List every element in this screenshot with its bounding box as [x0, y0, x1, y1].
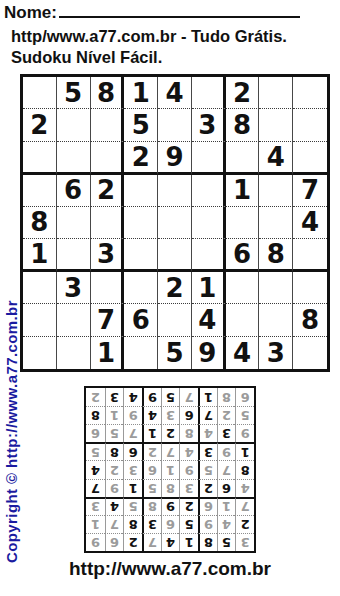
puzzle-cell-r2c9 — [293, 109, 327, 141]
puzzle-cell-r1c1 — [23, 77, 57, 109]
puzzle-cell-r6c3: 3 — [91, 239, 125, 272]
answer-cell-r3c5: 9 — [161, 497, 180, 515]
puzzle-cell-r4c7: 1 — [226, 175, 260, 207]
answer-cell-r3c8: 4 — [105, 497, 124, 515]
puzzle-cell-r5c8 — [259, 207, 293, 239]
answer-cell-r1c2: 5 — [217, 533, 236, 551]
answer-cell-r1c1: 3 — [235, 533, 254, 551]
puzzle-cell-r7c4 — [124, 272, 158, 304]
puzzle-cell-r3c4: 2 — [124, 142, 158, 175]
answer-cell-r1c7: 2 — [123, 533, 142, 551]
answer-cell-r6c9: 5 — [86, 442, 105, 460]
answer-cell-r1c9: 9 — [86, 533, 105, 551]
answer-cell-r4c3: 2 — [198, 479, 217, 497]
puzzle-cell-r4c4 — [124, 175, 158, 207]
puzzle-cell-r5c9: 4 — [293, 207, 327, 239]
answer-cell-r2c9: 1 — [86, 515, 105, 533]
answer-cell-r2c6: 3 — [142, 515, 161, 533]
answer-cell-r5c6: 6 — [142, 460, 161, 478]
answer-cell-r6c5: 7 — [161, 442, 180, 460]
puzzle-cell-r6c1: 1 — [23, 239, 57, 272]
puzzle-cell-r3c2 — [57, 142, 91, 175]
answer-cell-r2c7: 8 — [123, 515, 142, 533]
answer-cell-r8c3: 7 — [198, 406, 217, 424]
puzzle-cell-r8c4: 6 — [124, 304, 158, 336]
answer-cell-r5c7: 3 — [123, 460, 142, 478]
puzzle-cell-r6c5 — [158, 239, 192, 272]
puzzle-cell-r7c3 — [91, 272, 125, 304]
puzzle-cell-r3c7 — [226, 142, 260, 175]
answer-cell-r1c5: 4 — [161, 533, 180, 551]
answer-cell-r6c1: 1 — [235, 442, 254, 460]
answer-cell-r4c7: 1 — [123, 479, 142, 497]
answer-cell-r5c3: 5 — [198, 460, 217, 478]
puzzle-cell-r1c8 — [259, 77, 293, 109]
answer-cell-r6c2: 9 — [217, 442, 236, 460]
answer-cell-r2c5: 6 — [161, 515, 180, 533]
sudoku-answer-board-rotated: 3581472692495638717162985434623851978759… — [84, 386, 256, 553]
answer-cell-r5c1: 8 — [235, 460, 254, 478]
answer-cell-r6c7: 6 — [123, 442, 142, 460]
answer-cell-r3c7: 5 — [123, 497, 142, 515]
answer-cell-r1c4: 1 — [179, 533, 198, 551]
puzzle-cell-r8c3: 7 — [91, 304, 125, 336]
answer-cell-r3c2: 1 — [217, 497, 236, 515]
answer-cell-r5c2: 7 — [217, 460, 236, 478]
answer-cell-r6c6: 2 — [142, 442, 161, 460]
puzzle-cell-r2c5 — [158, 109, 192, 141]
puzzle-cell-r6c4 — [124, 239, 158, 272]
puzzle-cell-r8c9: 8 — [293, 304, 327, 336]
footer-url: http://www.a77.com.br — [0, 558, 340, 580]
answer-cell-r8c8: 1 — [105, 406, 124, 424]
answer-cell-r2c2: 4 — [217, 515, 236, 533]
puzzle-cell-r4c6 — [192, 175, 226, 207]
puzzle-cell-r9c2 — [57, 337, 91, 369]
puzzle-cell-r2c6: 3 — [192, 109, 226, 141]
answer-cell-r9c2: 8 — [217, 388, 236, 406]
puzzle-cell-r4c1 — [23, 175, 57, 207]
puzzle-cell-r8c2 — [57, 304, 91, 336]
puzzle-cell-r5c2 — [57, 207, 91, 239]
answer-cell-r2c3: 9 — [198, 515, 217, 533]
answer-cell-r5c4: 9 — [179, 460, 198, 478]
puzzle-cell-r9c3: 1 — [91, 337, 125, 369]
answer-cell-r5c5: 1 — [161, 460, 180, 478]
puzzle-cell-r5c5 — [158, 207, 192, 239]
name-label: Nome: — [4, 3, 57, 22]
puzzle-cell-r1c4: 1 — [124, 77, 158, 109]
answer-cell-r9c7: 4 — [123, 388, 142, 406]
answer-cell-r6c3: 3 — [198, 442, 217, 460]
answer-cell-r3c4: 2 — [179, 497, 198, 515]
page-title: Sudoku Nível Fácil. — [11, 48, 162, 67]
answer-cell-r8c9: 8 — [86, 406, 105, 424]
puzzle-cell-r7c8 — [259, 272, 293, 304]
answer-cell-r1c6: 7 — [142, 533, 161, 551]
answer-cell-r4c4: 3 — [179, 479, 198, 497]
answer-cell-r5c8: 2 — [105, 460, 124, 478]
puzzle-cell-r3c9 — [293, 142, 327, 175]
answer-cell-r9c9: 2 — [86, 388, 105, 406]
puzzle-cell-r3c1 — [23, 142, 57, 175]
puzzle-cell-r1c9 — [293, 77, 327, 109]
answer-cell-r4c9: 7 — [86, 479, 105, 497]
name-blank-line — [59, 16, 300, 19]
answer-cell-r8c7: 9 — [123, 406, 142, 424]
puzzle-cell-r4c3: 2 — [91, 175, 125, 207]
answer-cell-r1c8: 6 — [105, 533, 124, 551]
puzzle-cell-r5c1: 8 — [23, 207, 57, 239]
puzzle-cell-r7c2: 3 — [57, 272, 91, 304]
puzzle-cell-r3c8: 4 — [259, 142, 293, 175]
copyright-vertical-text: Copyright © http://www.a77.com.br — [3, 300, 20, 563]
answer-cell-r4c6: 5 — [142, 479, 161, 497]
puzzle-cell-r4c8 — [259, 175, 293, 207]
puzzle-cell-r5c6 — [192, 207, 226, 239]
answer-cell-r3c9: 3 — [86, 497, 105, 515]
answer-cell-r8c4: 6 — [179, 406, 198, 424]
answer-cell-r4c1: 4 — [235, 479, 254, 497]
answer-cell-r7c4: 8 — [179, 424, 198, 442]
puzzle-cell-r6c2 — [57, 239, 91, 272]
answer-cell-r3c1: 7 — [235, 497, 254, 515]
answer-cell-r8c5: 3 — [161, 406, 180, 424]
puzzle-cell-r5c3 — [91, 207, 125, 239]
puzzle-cell-r8c7 — [226, 304, 260, 336]
sudoku-printable-page: Nome: http/www.a77.com.br - Tudo Grátis.… — [0, 0, 340, 596]
answer-cell-r6c8: 8 — [105, 442, 124, 460]
answer-cell-r9c3: 1 — [198, 388, 217, 406]
puzzle-cell-r4c9: 7 — [293, 175, 327, 207]
answer-cell-r4c5: 8 — [161, 479, 180, 497]
answer-cell-r7c6: 1 — [142, 424, 161, 442]
answer-cell-r9c1: 6 — [235, 388, 254, 406]
answer-cell-r9c6: 9 — [142, 388, 161, 406]
answer-cell-r9c5: 5 — [161, 388, 180, 406]
puzzle-cell-r1c5: 4 — [158, 77, 192, 109]
puzzle-cell-r4c2: 6 — [57, 175, 91, 207]
answer-cell-r9c8: 3 — [105, 388, 124, 406]
answer-cell-r1c3: 8 — [198, 533, 217, 551]
puzzle-cell-r5c4 — [124, 207, 158, 239]
puzzle-cell-r6c9 — [293, 239, 327, 272]
puzzle-cell-r7c6: 1 — [192, 272, 226, 304]
puzzle-cell-r1c3: 8 — [91, 77, 125, 109]
puzzle-cell-r9c9 — [293, 337, 327, 369]
puzzle-cell-r1c7: 2 — [226, 77, 260, 109]
answer-cell-r2c1: 2 — [235, 515, 254, 533]
puzzle-cell-r6c7: 6 — [226, 239, 260, 272]
puzzle-cell-r2c3 — [91, 109, 125, 141]
answer-cell-r7c3: 4 — [198, 424, 217, 442]
answer-cell-r2c8: 7 — [105, 515, 124, 533]
puzzle-cell-r9c8: 3 — [259, 337, 293, 369]
puzzle-cell-r8c8 — [259, 304, 293, 336]
answer-cell-r3c3: 6 — [198, 497, 217, 515]
answer-cell-r7c2: 3 — [217, 424, 236, 442]
puzzle-cell-r4c5 — [158, 175, 192, 207]
puzzle-cell-r3c3 — [91, 142, 125, 175]
puzzle-cell-r2c4: 5 — [124, 109, 158, 141]
answer-cell-r2c4: 5 — [179, 515, 198, 533]
sudoku-board: 5814225382946217841368321764815943 — [20, 74, 330, 372]
answer-cell-r4c8: 9 — [105, 479, 124, 497]
answer-cell-r7c5: 2 — [161, 424, 180, 442]
puzzle-cell-r6c8: 8 — [259, 239, 293, 272]
answer-cell-r7c9: 6 — [86, 424, 105, 442]
puzzle-cell-r2c1: 2 — [23, 109, 57, 141]
answer-cell-r7c1: 9 — [235, 424, 254, 442]
puzzle-cell-r2c7: 8 — [226, 109, 260, 141]
puzzle-cell-r8c5 — [158, 304, 192, 336]
answer-cell-r4c2: 6 — [217, 479, 236, 497]
answer-cell-r7c8: 5 — [105, 424, 124, 442]
puzzle-cell-r9c5: 5 — [158, 337, 192, 369]
puzzle-cell-r9c4 — [124, 337, 158, 369]
answer-cell-r8c2: 2 — [217, 406, 236, 424]
puzzle-cell-r8c1 — [23, 304, 57, 336]
puzzle-cell-r6c6 — [192, 239, 226, 272]
answer-cell-r9c4: 7 — [179, 388, 198, 406]
answer-cell-r8c6: 4 — [142, 406, 161, 424]
puzzle-cell-r3c5: 9 — [158, 142, 192, 175]
answer-cell-r7c7: 7 — [123, 424, 142, 442]
puzzle-cell-r7c9 — [293, 272, 327, 304]
name-row: Nome: — [4, 3, 300, 23]
puzzle-cell-r7c5: 2 — [158, 272, 192, 304]
puzzle-cell-r8c6: 4 — [192, 304, 226, 336]
puzzle-cell-r9c6: 9 — [192, 337, 226, 369]
site-tagline: http/www.a77.com.br - Tudo Grátis. — [11, 27, 287, 46]
answer-cell-r3c6: 8 — [142, 497, 161, 515]
puzzle-cell-r3c6 — [192, 142, 226, 175]
puzzle-cell-r2c2 — [57, 109, 91, 141]
puzzle-cell-r7c7 — [226, 272, 260, 304]
puzzle-cell-r7c1 — [23, 272, 57, 304]
puzzle-cell-r2c8 — [259, 109, 293, 141]
puzzle-cell-r9c1 — [23, 337, 57, 369]
answer-cell-r5c9: 4 — [86, 460, 105, 478]
answer-cell-r8c1: 5 — [235, 406, 254, 424]
puzzle-cell-r5c7 — [226, 207, 260, 239]
puzzle-cell-r1c2: 5 — [57, 77, 91, 109]
puzzle-cell-r1c6 — [192, 77, 226, 109]
answer-cell-r6c4: 4 — [179, 442, 198, 460]
puzzle-cell-r9c7: 4 — [226, 337, 260, 369]
